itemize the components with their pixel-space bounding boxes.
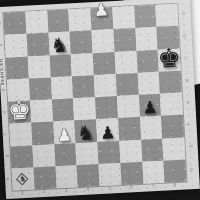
square-d1 bbox=[7, 78, 30, 101]
square-e7: ♟ bbox=[138, 94, 161, 117]
black-knight-f4: ♞ bbox=[76, 122, 95, 143]
square-h6 bbox=[120, 162, 143, 185]
square-b8 bbox=[157, 26, 180, 49]
square-c3 bbox=[49, 54, 72, 77]
coordinate-label: a bbox=[0, 22, 2, 25]
square-e1: ♚ bbox=[8, 101, 31, 124]
square-g6 bbox=[119, 139, 142, 162]
square-f5: ♟ bbox=[96, 118, 119, 141]
square-b6 bbox=[113, 28, 136, 51]
square-c1 bbox=[6, 56, 29, 79]
coordinate-label: h bbox=[6, 177, 11, 180]
coordinate-label: b bbox=[0, 44, 3, 47]
square-d2 bbox=[29, 77, 52, 100]
square-g2 bbox=[32, 144, 55, 167]
knight-logo-icon: ♞ bbox=[19, 176, 27, 184]
coordinate-label: g bbox=[188, 145, 193, 148]
square-h5 bbox=[98, 163, 121, 186]
square-e5 bbox=[95, 96, 118, 119]
square-b2 bbox=[26, 33, 49, 56]
square-b3: ♞ bbox=[48, 32, 71, 55]
square-d3 bbox=[50, 76, 73, 99]
coordinate-label: d bbox=[185, 79, 190, 82]
square-d6 bbox=[116, 73, 139, 96]
square-a2 bbox=[25, 11, 48, 34]
chess-board: ♟♞♚♚♟♟♞♟♞ abcdefgh abcdefgh 12345678 US … bbox=[0, 0, 200, 199]
square-g1 bbox=[10, 145, 33, 168]
coordinate-label: 4 bbox=[86, 188, 89, 193]
black-knight-b3: ♞ bbox=[50, 34, 69, 55]
coordinate-label: f bbox=[187, 124, 192, 126]
black-pawn-f5: ♟ bbox=[100, 124, 116, 142]
square-e4 bbox=[73, 97, 96, 120]
us-chess-emblem: ♞ bbox=[16, 173, 30, 187]
square-f7 bbox=[140, 116, 163, 139]
coordinate-label: g bbox=[5, 155, 10, 158]
photo-scene: ♟♞♚♚♟♟♞♟♞ abcdefgh abcdefgh 12345678 US … bbox=[0, 0, 200, 200]
white-pawn-a5: ♟ bbox=[93, 2, 109, 20]
coordinate-label: e bbox=[2, 111, 7, 114]
coordinate-label: e bbox=[186, 101, 191, 104]
square-c4 bbox=[71, 53, 94, 76]
square-h3 bbox=[55, 165, 78, 188]
board-grid: ♟♞♚♚♟♟♞♟♞ bbox=[2, 3, 187, 192]
square-g4 bbox=[76, 142, 99, 165]
square-c7 bbox=[136, 49, 159, 72]
square-a3 bbox=[47, 9, 70, 32]
square-b1 bbox=[5, 34, 28, 57]
square-b4 bbox=[70, 30, 93, 53]
square-f2 bbox=[31, 122, 54, 145]
square-g3 bbox=[54, 143, 77, 166]
square-f3: ♟ bbox=[53, 121, 76, 144]
white-king-e1: ♚ bbox=[7, 97, 32, 124]
square-h2 bbox=[33, 166, 56, 189]
square-c8: ♚ bbox=[158, 48, 181, 71]
square-c5 bbox=[93, 52, 116, 75]
square-g7 bbox=[141, 138, 164, 161]
square-c2 bbox=[27, 55, 50, 78]
square-d8 bbox=[159, 70, 182, 93]
coordinate-label: 7 bbox=[152, 184, 155, 189]
square-g8 bbox=[162, 137, 185, 160]
coordinate-label: a bbox=[181, 12, 186, 15]
square-a7 bbox=[134, 5, 157, 28]
coordinate-label: c bbox=[184, 57, 189, 60]
square-e3 bbox=[52, 98, 75, 121]
square-f8 bbox=[161, 115, 184, 138]
coordinate-label: 6 bbox=[130, 186, 133, 191]
square-e8 bbox=[160, 93, 183, 116]
square-e2 bbox=[30, 99, 53, 122]
square-h8 bbox=[164, 159, 187, 182]
coordinate-label: d bbox=[1, 88, 6, 91]
square-a4 bbox=[69, 8, 92, 31]
square-h4 bbox=[77, 164, 100, 187]
coordinate-label: b bbox=[183, 34, 188, 37]
square-d5 bbox=[94, 74, 117, 97]
square-f6 bbox=[118, 117, 141, 140]
square-c6 bbox=[114, 50, 137, 73]
square-e6 bbox=[117, 95, 140, 118]
black-pawn-e7: ♟ bbox=[142, 99, 158, 117]
coordinate-label: h bbox=[190, 168, 195, 171]
square-a6 bbox=[112, 6, 135, 29]
square-b5 bbox=[91, 29, 114, 52]
square-h7 bbox=[142, 160, 165, 183]
square-d4 bbox=[72, 75, 95, 98]
square-a5: ♟ bbox=[90, 7, 113, 30]
coordinate-label: 8 bbox=[173, 183, 176, 188]
coordinate-label: 5 bbox=[108, 187, 111, 192]
coordinate-label: f bbox=[3, 133, 8, 135]
white-pawn-f3: ♟ bbox=[56, 126, 72, 144]
square-b7 bbox=[135, 27, 158, 50]
square-a8 bbox=[155, 4, 178, 27]
square-a1 bbox=[3, 12, 26, 35]
coordinate-label: 3 bbox=[65, 189, 68, 194]
coordinate-label: 2 bbox=[43, 190, 46, 195]
square-h1: ♞ bbox=[12, 167, 35, 190]
square-f4: ♞ bbox=[74, 119, 97, 142]
square-f1 bbox=[9, 123, 32, 146]
square-d7 bbox=[137, 72, 160, 95]
square-g5 bbox=[97, 140, 120, 163]
coordinate-label: 1 bbox=[21, 191, 24, 196]
